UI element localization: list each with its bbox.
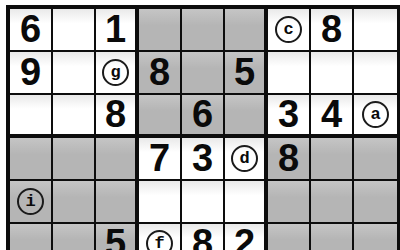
given-digit: 8 (321, 10, 342, 48)
cell-r6c3[interactable]: 5 (96, 224, 139, 250)
cell-r3c7[interactable]: 3 (268, 95, 311, 138)
cell-r5c9[interactable] (354, 181, 397, 224)
cell-r5c2[interactable] (53, 181, 96, 224)
cell-r4c7[interactable]: 8 (268, 138, 311, 181)
cell-r3c4[interactable] (139, 95, 182, 138)
cell-r6c6[interactable]: 2 (225, 224, 268, 250)
cell-r1c7[interactable]: c (268, 9, 311, 52)
cell-r3c2[interactable] (53, 95, 96, 138)
given-digit: 1 (105, 10, 126, 48)
circled-letter-f: f (146, 230, 173, 250)
cell-r1c5[interactable] (182, 9, 225, 52)
cell-r3c9[interactable]: a (354, 95, 397, 138)
cell-r2c3[interactable]: g (96, 52, 139, 95)
cell-r3c8[interactable]: 4 (311, 95, 354, 138)
cell-r4c8[interactable] (311, 138, 354, 181)
given-digit: 8 (192, 224, 213, 250)
given-digit: 6 (192, 95, 213, 133)
given-digit: 5 (105, 224, 126, 250)
cell-r3c5[interactable]: 6 (182, 95, 225, 138)
cell-r4c3[interactable] (96, 138, 139, 181)
given-digit: 3 (192, 139, 213, 177)
cell-r6c9[interactable] (354, 224, 397, 250)
cell-r3c1[interactable] (10, 95, 53, 138)
cell-r1c4[interactable] (139, 9, 182, 52)
cell-r6c2[interactable] (53, 224, 96, 250)
cell-r4c2[interactable] (53, 138, 96, 181)
cell-r5c3[interactable] (96, 181, 139, 224)
given-digit: 8 (149, 53, 170, 91)
cell-r2c6[interactable]: 5 (225, 52, 268, 95)
given-digit: 8 (105, 95, 126, 133)
cell-r4c5[interactable]: 3 (182, 138, 225, 181)
given-digit: 2 (234, 224, 255, 250)
cell-r6c7[interactable] (268, 224, 311, 250)
circled-letter-d: d (231, 145, 258, 172)
cell-r5c8[interactable] (311, 181, 354, 224)
cell-r5c1[interactable]: i (10, 181, 53, 224)
given-digit: 9 (20, 53, 41, 91)
cell-r4c1[interactable] (10, 138, 53, 181)
given-digit: 3 (278, 95, 299, 133)
cell-r4c4[interactable]: 7 (139, 138, 182, 181)
cell-r2c4[interactable]: 8 (139, 52, 182, 95)
cell-r1c1[interactable]: 6 (10, 9, 53, 52)
given-digit: 5 (234, 53, 255, 91)
cell-r5c7[interactable] (268, 181, 311, 224)
cell-r3c3[interactable]: 8 (96, 95, 139, 138)
cell-r5c6[interactable] (225, 181, 268, 224)
circled-letter-g: g (102, 59, 129, 86)
cell-r2c5[interactable] (182, 52, 225, 95)
sudoku-board: 61c89g858634a73d8i5f82 (6, 5, 400, 250)
given-digit: 8 (278, 139, 299, 177)
circled-letter-a: a (362, 101, 389, 128)
cell-r5c4[interactable] (139, 181, 182, 224)
cell-r2c1[interactable]: 9 (10, 52, 53, 95)
cell-r2c9[interactable] (354, 52, 397, 95)
given-digit: 6 (20, 10, 41, 48)
cell-r1c3[interactable]: 1 (96, 9, 139, 52)
cell-r2c8[interactable] (311, 52, 354, 95)
cell-r5c5[interactable] (182, 181, 225, 224)
cell-r6c5[interactable]: 8 (182, 224, 225, 250)
cell-r6c4[interactable]: f (139, 224, 182, 250)
circled-letter-c: c (275, 16, 302, 43)
cell-r2c2[interactable] (53, 52, 96, 95)
cell-r1c6[interactable] (225, 9, 268, 52)
cell-r1c9[interactable] (354, 9, 397, 52)
cell-r1c8[interactable]: 8 (311, 9, 354, 52)
cell-r6c1[interactable] (10, 224, 53, 250)
circled-letter-i: i (17, 188, 44, 215)
cell-r4c9[interactable] (354, 138, 397, 181)
cell-r1c2[interactable] (53, 9, 96, 52)
cell-r4c6[interactable]: d (225, 138, 268, 181)
cell-r3c6[interactable] (225, 95, 268, 138)
given-digit: 4 (321, 95, 342, 133)
cell-r6c8[interactable] (311, 224, 354, 250)
given-digit: 7 (149, 139, 170, 177)
cell-r2c7[interactable] (268, 52, 311, 95)
